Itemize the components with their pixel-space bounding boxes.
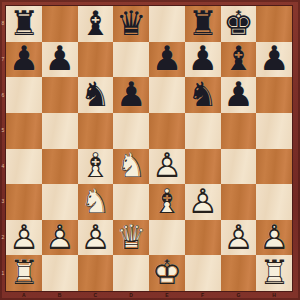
white-bishop: ♝♗ — [149, 184, 185, 220]
square-f2[interactable] — [185, 220, 221, 256]
black-pawn: ♟ — [113, 77, 149, 113]
square-a7[interactable]: ♟ — [6, 42, 42, 78]
square-h3[interactable] — [256, 184, 292, 220]
square-a2[interactable]: ♟♙ — [6, 220, 42, 256]
white-rook: ♜♖ — [256, 255, 292, 291]
file-label-c: C — [78, 292, 114, 299]
black-queen: ♛ — [113, 6, 149, 42]
square-a3[interactable] — [6, 184, 42, 220]
square-g2[interactable]: ♟♙ — [221, 220, 257, 256]
white-pawn: ♟♙ — [42, 220, 78, 256]
square-b5[interactable] — [42, 113, 78, 149]
black-rook: ♜ — [185, 6, 221, 42]
white-knight: ♞♘ — [113, 149, 149, 185]
square-e2[interactable] — [149, 220, 185, 256]
square-a8[interactable]: ♜ — [6, 6, 42, 42]
white-pawn: ♟♙ — [78, 220, 114, 256]
square-h7[interactable]: ♟ — [256, 42, 292, 78]
square-h5[interactable] — [256, 113, 292, 149]
square-g1[interactable] — [221, 255, 257, 291]
white-pawn: ♟♙ — [256, 220, 292, 256]
square-c5[interactable] — [78, 113, 114, 149]
square-g6[interactable]: ♟ — [221, 77, 257, 113]
square-d5[interactable] — [113, 113, 149, 149]
square-c6[interactable]: ♞ — [78, 77, 114, 113]
square-b6[interactable] — [42, 77, 78, 113]
square-c2[interactable]: ♟♙ — [78, 220, 114, 256]
square-a6[interactable] — [6, 77, 42, 113]
square-e1[interactable]: ♚♔ — [149, 255, 185, 291]
square-e3[interactable]: ♝♗ — [149, 184, 185, 220]
black-knight: ♞ — [78, 77, 114, 113]
white-king: ♚♔ — [149, 255, 185, 291]
square-d4[interactable]: ♞♘ — [113, 149, 149, 185]
square-d8[interactable]: ♛ — [113, 6, 149, 42]
square-g5[interactable] — [221, 113, 257, 149]
square-e5[interactable] — [149, 113, 185, 149]
white-pawn: ♟♙ — [221, 220, 257, 256]
white-bishop: ♝♗ — [78, 149, 114, 185]
rank-label-5: 5 — [0, 128, 6, 133]
square-c1[interactable] — [78, 255, 114, 291]
rank-label-2: 2 — [0, 235, 6, 240]
white-rook: ♜♖ — [6, 255, 42, 291]
square-a4[interactable] — [6, 149, 42, 185]
square-a1[interactable]: ♜♖ — [6, 255, 42, 291]
black-pawn: ♟ — [6, 42, 42, 78]
file-label-d: D — [113, 292, 149, 299]
square-f6[interactable]: ♞ — [185, 77, 221, 113]
square-h6[interactable] — [256, 77, 292, 113]
square-f7[interactable]: ♟ — [185, 42, 221, 78]
black-bishop: ♝ — [78, 6, 114, 42]
black-king: ♚ — [221, 6, 257, 42]
square-d6[interactable]: ♟ — [113, 77, 149, 113]
square-f1[interactable] — [185, 255, 221, 291]
square-b4[interactable] — [42, 149, 78, 185]
square-h2[interactable]: ♟♙ — [256, 220, 292, 256]
rank-label-6: 6 — [0, 93, 6, 98]
square-b7[interactable]: ♟ — [42, 42, 78, 78]
square-c3[interactable]: ♞♘ — [78, 184, 114, 220]
white-knight: ♞♘ — [78, 184, 114, 220]
square-d3[interactable] — [113, 184, 149, 220]
square-c4[interactable]: ♝♗ — [78, 149, 114, 185]
square-c8[interactable]: ♝ — [78, 6, 114, 42]
rank-label-4: 4 — [0, 164, 6, 169]
white-pawn: ♟♙ — [185, 184, 221, 220]
square-e6[interactable] — [149, 77, 185, 113]
square-f5[interactable] — [185, 113, 221, 149]
rank-label-7: 7 — [0, 57, 6, 62]
square-h1[interactable]: ♜♖ — [256, 255, 292, 291]
square-h4[interactable] — [256, 149, 292, 185]
black-rook: ♜ — [6, 6, 42, 42]
rank-label-3: 3 — [0, 199, 6, 204]
square-g8[interactable]: ♚ — [221, 6, 257, 42]
square-g4[interactable] — [221, 149, 257, 185]
black-pawn: ♟ — [256, 42, 292, 78]
chess-board: ♜♝♛♜♚♟♟♟♟♝♟♞♟♞♟♝♗♞♘♟♙♞♘♝♗♟♙♟♙♟♙♟♙♛♕♟♙♟♙♜… — [6, 6, 292, 291]
square-c7[interactable] — [78, 42, 114, 78]
black-bishop: ♝ — [221, 42, 257, 78]
square-f8[interactable]: ♜ — [185, 6, 221, 42]
square-d2[interactable]: ♛♕ — [113, 220, 149, 256]
file-label-g: G — [221, 292, 257, 299]
rank-label-8: 8 — [0, 21, 6, 26]
square-e8[interactable] — [149, 6, 185, 42]
square-b8[interactable] — [42, 6, 78, 42]
square-h8[interactable] — [256, 6, 292, 42]
file-label-a: A — [6, 292, 42, 299]
square-e4[interactable]: ♟♙ — [149, 149, 185, 185]
square-d7[interactable] — [113, 42, 149, 78]
file-label-b: B — [42, 292, 78, 299]
square-d1[interactable] — [113, 255, 149, 291]
white-queen: ♛♕ — [113, 220, 149, 256]
black-pawn: ♟ — [185, 42, 221, 78]
file-label-e: E — [149, 292, 185, 299]
black-pawn: ♟ — [149, 42, 185, 78]
file-label-f: F — [185, 292, 221, 299]
square-g7[interactable]: ♝ — [221, 42, 257, 78]
square-b3[interactable] — [42, 184, 78, 220]
square-f4[interactable] — [185, 149, 221, 185]
white-pawn: ♟♙ — [149, 149, 185, 185]
white-pawn: ♟♙ — [6, 220, 42, 256]
square-b2[interactable]: ♟♙ — [42, 220, 78, 256]
square-f3[interactable]: ♟♙ — [185, 184, 221, 220]
square-g3[interactable] — [221, 184, 257, 220]
black-pawn: ♟ — [42, 42, 78, 78]
square-b1[interactable] — [42, 255, 78, 291]
chess-board-frame: ♜♝♛♜♚♟♟♟♟♝♟♞♟♞♟♝♗♞♘♟♙♞♘♝♗♟♙♟♙♟♙♟♙♛♕♟♙♟♙♜… — [0, 0, 300, 300]
square-a5[interactable] — [6, 113, 42, 149]
black-knight: ♞ — [185, 77, 221, 113]
square-e7[interactable]: ♟ — [149, 42, 185, 78]
file-label-h: H — [256, 292, 292, 299]
black-pawn: ♟ — [221, 77, 257, 113]
rank-label-1: 1 — [0, 271, 6, 276]
